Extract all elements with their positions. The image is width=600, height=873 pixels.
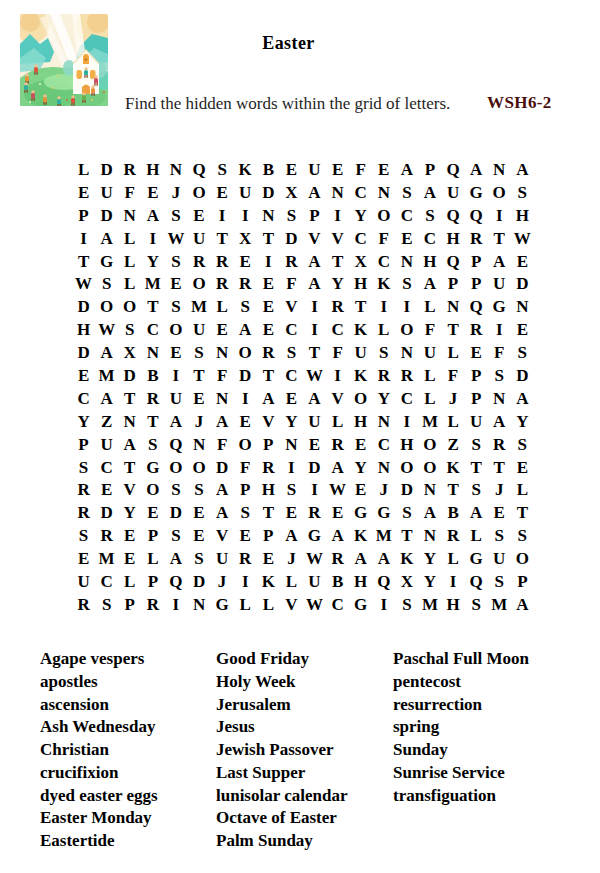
grid-cell-r4c5: W xyxy=(164,227,187,250)
grid-cell-r5c15: N xyxy=(395,250,418,273)
grid-cell-r3c20: H xyxy=(511,204,534,227)
word-list-item: Octave of Easter xyxy=(216,807,347,830)
grid-cell-r6c5: E xyxy=(164,272,187,295)
grid-cell-r1c6: Q xyxy=(187,158,210,181)
word-list-item: Jewish Passover xyxy=(216,739,347,762)
grid-cell-r2c14: N xyxy=(372,181,395,204)
grid-cell-r1c3: R xyxy=(118,158,141,181)
grid-cell-r3c14: O xyxy=(372,204,395,227)
word-list-item: transfiguation xyxy=(393,785,529,808)
grid-cell-r15c7: A xyxy=(211,478,234,501)
grid-cell-r6c20: D xyxy=(511,272,534,295)
grid-cell-r13c16: O xyxy=(418,433,441,456)
grid-cell-r13c2: U xyxy=(95,433,118,456)
grid-cell-r5c12: T xyxy=(326,250,349,273)
grid-cell-r11c20: A xyxy=(511,387,534,410)
grid-cell-r17c16: N xyxy=(418,524,441,547)
grid-cell-r1c7: S xyxy=(211,158,234,181)
grid-cell-r2c7: E xyxy=(211,181,234,204)
grid-cell-r16c4: E xyxy=(141,501,164,524)
grid-cell-r16c5: D xyxy=(164,501,187,524)
grid-cell-r10c14: R xyxy=(372,364,395,387)
grid-cell-r5c13: X xyxy=(349,250,372,273)
grid-cell-r3c13: Y xyxy=(349,204,372,227)
grid-cell-r7c18: Q xyxy=(465,295,488,318)
grid-cell-r6c18: P xyxy=(465,272,488,295)
easter-illustration xyxy=(20,14,108,106)
word-list-item: Sunrise Service xyxy=(393,762,529,785)
grid-cell-r18c20: O xyxy=(511,547,534,570)
word-list-item: spring xyxy=(393,716,529,739)
grid-cell-r1c4: H xyxy=(141,158,164,181)
grid-cell-r14c15: O xyxy=(395,456,418,479)
grid-cell-r16c3: Y xyxy=(118,501,141,524)
grid-cell-r17c2: R xyxy=(95,524,118,547)
grid-cell-r7c7: L xyxy=(211,295,234,318)
grid-cell-r15c5: S xyxy=(164,478,187,501)
grid-cell-r10c17: F xyxy=(442,364,465,387)
word-list-item: dyed easter eggs xyxy=(40,785,158,808)
word-list-item: resurrection xyxy=(393,694,529,717)
grid-cell-r11c5: U xyxy=(164,387,187,410)
grid-cell-r18c2: M xyxy=(95,547,118,570)
grid-cell-r12c18: U xyxy=(465,410,488,433)
grid-cell-r18c8: R xyxy=(234,547,257,570)
grid-cell-r3c9: N xyxy=(257,204,280,227)
word-list-item: Sunday xyxy=(393,739,529,762)
grid-cell-r15c18: S xyxy=(465,478,488,501)
word-list-item: Agape vespers xyxy=(40,648,158,671)
grid-cell-r12c11: U xyxy=(303,410,326,433)
grid-cell-r8c16: F xyxy=(418,318,441,341)
grid-cell-r11c13: O xyxy=(349,387,372,410)
grid-cell-r9c12: F xyxy=(326,341,349,364)
grid-cell-r4c18: R xyxy=(465,227,488,250)
word-list-item: lunisolar calendar xyxy=(216,785,347,808)
grid-cell-r20c9: L xyxy=(257,593,280,616)
grid-cell-r2c2: U xyxy=(95,181,118,204)
worksheet-code: WSH6-2 xyxy=(487,93,552,113)
word-list-item: Christian xyxy=(40,739,158,762)
grid-cell-r6c8: R xyxy=(234,272,257,295)
grid-cell-r17c4: P xyxy=(141,524,164,547)
grid-cell-r20c14: I xyxy=(372,593,395,616)
grid-cell-r10c12: I xyxy=(326,364,349,387)
grid-cell-r2c4: E xyxy=(141,181,164,204)
grid-cell-r1c14: E xyxy=(372,158,395,181)
grid-cell-r12c5: A xyxy=(164,410,187,433)
grid-cell-r20c18: S xyxy=(465,593,488,616)
grid-cell-r6c4: M xyxy=(141,272,164,295)
grid-cell-r9c9: R xyxy=(257,341,280,364)
grid-cell-r2c19: O xyxy=(488,181,511,204)
grid-cell-r11c14: Y xyxy=(372,387,395,410)
grid-cell-r9c1: D xyxy=(72,341,95,364)
grid-cell-r20c17: H xyxy=(442,593,465,616)
grid-cell-r2c3: F xyxy=(118,181,141,204)
grid-cell-r7c10: V xyxy=(280,295,303,318)
grid-cell-r13c10: N xyxy=(280,433,303,456)
grid-cell-r12c2: Z xyxy=(95,410,118,433)
grid-cell-r11c8: I xyxy=(234,387,257,410)
grid-cell-r14c19: T xyxy=(488,456,511,479)
grid-cell-r17c20: S xyxy=(511,524,534,547)
word-list: Agape vespersapostlesascensionAsh Wednes… xyxy=(0,648,600,863)
grid-cell-r5c2: G xyxy=(95,250,118,273)
grid-cell-r6c7: R xyxy=(211,272,234,295)
grid-cell-r2c13: C xyxy=(349,181,372,204)
grid-cell-r16c16: A xyxy=(418,501,441,524)
grid-cell-r19c16: Y xyxy=(418,570,441,593)
grid-cell-r14c12: A xyxy=(326,456,349,479)
grid-cell-r3c2: D xyxy=(95,204,118,227)
grid-cell-r9c4: N xyxy=(141,341,164,364)
grid-cell-r14c7: D xyxy=(211,456,234,479)
grid-cell-r17c3: E xyxy=(118,524,141,547)
grid-cell-r20c20: A xyxy=(511,593,534,616)
grid-cell-r1c20: A xyxy=(511,158,534,181)
grid-cell-r20c3: P xyxy=(118,593,141,616)
grid-cell-r2c9: D xyxy=(257,181,280,204)
grid-cell-r8c8: A xyxy=(234,318,257,341)
grid-cell-r12c4: T xyxy=(141,410,164,433)
grid-cell-r17c15: T xyxy=(395,524,418,547)
grid-cell-r16c6: E xyxy=(187,501,210,524)
grid-cell-r11c1: C xyxy=(72,387,95,410)
word-list-item: Paschal Full Moon xyxy=(393,648,529,671)
grid-cell-r2c11: A xyxy=(303,181,326,204)
grid-cell-r15c12: W xyxy=(326,478,349,501)
grid-cell-r18c9: E xyxy=(257,547,280,570)
grid-cell-r3c19: I xyxy=(488,204,511,227)
grid-cell-r18c16: Y xyxy=(418,547,441,570)
grid-cell-r15c6: S xyxy=(187,478,210,501)
grid-cell-r14c1: S xyxy=(72,456,95,479)
grid-cell-r2c8: U xyxy=(234,181,257,204)
grid-cell-r1c2: D xyxy=(95,158,118,181)
grid-cell-r19c13: H xyxy=(349,570,372,593)
grid-cell-r14c20: E xyxy=(511,456,534,479)
grid-cell-r15c17: T xyxy=(442,478,465,501)
grid-cell-r9c6: S xyxy=(187,341,210,364)
grid-cell-r3c17: Q xyxy=(442,204,465,227)
grid-cell-r18c11: W xyxy=(303,547,326,570)
grid-cell-r14c9: R xyxy=(257,456,280,479)
grid-cell-r20c8: L xyxy=(234,593,257,616)
grid-cell-r8c1: H xyxy=(72,318,95,341)
grid-cell-r4c13: C xyxy=(349,227,372,250)
grid-cell-r18c18: G xyxy=(465,547,488,570)
grid-cell-r13c9: P xyxy=(257,433,280,456)
page-title: Easter xyxy=(0,33,577,54)
grid-cell-r20c12: C xyxy=(326,593,349,616)
grid-cell-r19c8: I xyxy=(234,570,257,593)
grid-cell-r2c20: S xyxy=(511,181,534,204)
grid-cell-r6c11: A xyxy=(303,272,326,295)
grid-cell-r10c11: W xyxy=(303,364,326,387)
grid-cell-r3c3: N xyxy=(118,204,141,227)
grid-cell-r1c5: N xyxy=(164,158,187,181)
grid-cell-r18c5: A xyxy=(164,547,187,570)
grid-cell-r6c1: W xyxy=(72,272,95,295)
grid-cell-r10c20: D xyxy=(511,364,534,387)
grid-cell-r14c8: F xyxy=(234,456,257,479)
grid-cell-r4c20: W xyxy=(511,227,534,250)
grid-cell-r18c13: A xyxy=(349,547,372,570)
grid-cell-r16c8: S xyxy=(234,501,257,524)
grid-cell-r9c19: F xyxy=(488,341,511,364)
grid-cell-r12c17: L xyxy=(442,410,465,433)
grid-cell-r19c1: U xyxy=(72,570,95,593)
grid-cell-r4c3: L xyxy=(118,227,141,250)
grid-cell-r11c11: A xyxy=(303,387,326,410)
grid-cell-r3c12: I xyxy=(326,204,349,227)
grid-cell-r20c5: I xyxy=(164,593,187,616)
grid-cell-r12c1: Y xyxy=(72,410,95,433)
grid-cell-r11c18: P xyxy=(465,387,488,410)
grid-cell-r18c17: L xyxy=(442,547,465,570)
grid-cell-r11c16: L xyxy=(418,387,441,410)
grid-cell-r18c3: E xyxy=(118,547,141,570)
grid-cell-r10c19: S xyxy=(488,364,511,387)
grid-cell-r4c10: D xyxy=(280,227,303,250)
grid-cell-r10c2: M xyxy=(95,364,118,387)
grid-cell-r19c5: Q xyxy=(164,570,187,593)
grid-cell-r4c16: C xyxy=(418,227,441,250)
word-list-item: crucifixion xyxy=(40,762,158,785)
grid-cell-r17c14: M xyxy=(372,524,395,547)
grid-cell-r9c5: E xyxy=(164,341,187,364)
grid-cell-r2c15: S xyxy=(395,181,418,204)
grid-cell-r16c19: E xyxy=(488,501,511,524)
grid-cell-r19c14: Q xyxy=(372,570,395,593)
grid-cell-r15c4: O xyxy=(141,478,164,501)
grid-cell-r15c14: J xyxy=(372,478,395,501)
grid-cell-r14c17: K xyxy=(442,456,465,479)
grid-cell-r15c8: P xyxy=(234,478,257,501)
grid-cell-r17c17: R xyxy=(442,524,465,547)
grid-cell-r7c15: I xyxy=(395,295,418,318)
grid-cell-r1c11: U xyxy=(303,158,326,181)
grid-cell-r6c3: L xyxy=(118,272,141,295)
grid-cell-r19c2: C xyxy=(95,570,118,593)
word-search-grid: LDRHNQSKBEUEFEAPQANAEUFEJOEUDXANCNSAUGOS… xyxy=(72,158,534,616)
grid-cell-r19c10: L xyxy=(280,570,303,593)
grid-cell-r10c9: T xyxy=(257,364,280,387)
grid-cell-r16c10: E xyxy=(280,501,303,524)
grid-cell-r15c16: N xyxy=(418,478,441,501)
grid-cell-r16c20: T xyxy=(511,501,534,524)
grid-cell-r9c16: U xyxy=(418,341,441,364)
grid-cell-r9c13: U xyxy=(349,341,372,364)
grid-cell-r3c16: S xyxy=(418,204,441,227)
grid-cell-r4c1: I xyxy=(72,227,95,250)
grid-cell-r11c4: R xyxy=(141,387,164,410)
grid-cell-r8c6: U xyxy=(187,318,210,341)
grid-cell-r18c6: S xyxy=(187,547,210,570)
grid-cell-r9c11: T xyxy=(303,341,326,364)
grid-cell-r20c16: M xyxy=(418,593,441,616)
grid-cell-r19c12: B xyxy=(326,570,349,593)
grid-cell-r20c2: S xyxy=(95,593,118,616)
grid-cell-r16c9: T xyxy=(257,501,280,524)
grid-cell-r16c17: B xyxy=(442,501,465,524)
grid-cell-r5c17: Q xyxy=(442,250,465,273)
grid-cell-r7c1: D xyxy=(72,295,95,318)
grid-cell-r13c11: E xyxy=(303,433,326,456)
grid-cell-r4c19: T xyxy=(488,227,511,250)
grid-cell-r3c5: S xyxy=(164,204,187,227)
grid-cell-r20c10: V xyxy=(280,593,303,616)
grid-cell-r8c19: I xyxy=(488,318,511,341)
grid-cell-r5c1: T xyxy=(72,250,95,273)
grid-cell-r17c1: S xyxy=(72,524,95,547)
grid-cell-r15c15: D xyxy=(395,478,418,501)
grid-cell-r8c17: T xyxy=(442,318,465,341)
grid-cell-r13c14: C xyxy=(372,433,395,456)
grid-cell-r3c15: C xyxy=(395,204,418,227)
grid-cell-r20c15: S xyxy=(395,593,418,616)
grid-cell-r13c15: H xyxy=(395,433,418,456)
grid-cell-r7c11: I xyxy=(303,295,326,318)
grid-cell-r10c4: B xyxy=(141,364,164,387)
grid-cell-r8c3: S xyxy=(118,318,141,341)
word-list-item: apostles xyxy=(40,671,158,694)
grid-cell-r8c20: E xyxy=(511,318,534,341)
grid-cell-r10c10: C xyxy=(280,364,303,387)
grid-cell-r6c6: O xyxy=(187,272,210,295)
grid-cell-r2c1: E xyxy=(72,181,95,204)
grid-cell-r8c18: R xyxy=(465,318,488,341)
grid-cell-r7c8: S xyxy=(234,295,257,318)
grid-cell-r17c5: S xyxy=(164,524,187,547)
grid-cell-r14c18: T xyxy=(465,456,488,479)
grid-cell-r7c12: R xyxy=(326,295,349,318)
grid-cell-r5c5: S xyxy=(164,250,187,273)
grid-cell-r6c16: A xyxy=(418,272,441,295)
grid-cell-r5c3: L xyxy=(118,250,141,273)
grid-cell-r6c10: F xyxy=(280,272,303,295)
grid-cell-r9c15: N xyxy=(395,341,418,364)
grid-cell-r5c10: R xyxy=(280,250,303,273)
grid-cell-r3c6: E xyxy=(187,204,210,227)
grid-cell-r3c1: P xyxy=(72,204,95,227)
grid-cell-r14c2: C xyxy=(95,456,118,479)
grid-cell-r18c1: E xyxy=(72,547,95,570)
grid-cell-r13c5: Q xyxy=(164,433,187,456)
grid-cell-r14c14: N xyxy=(372,456,395,479)
grid-cell-r17c11: G xyxy=(303,524,326,547)
grid-cell-r1c9: B xyxy=(257,158,280,181)
grid-cell-r19c7: J xyxy=(211,570,234,593)
grid-cell-r9c17: L xyxy=(442,341,465,364)
grid-cell-r20c11: W xyxy=(303,593,326,616)
grid-cell-r19c17: I xyxy=(442,570,465,593)
grid-cell-r11c2: A xyxy=(95,387,118,410)
grid-cell-r19c20: P xyxy=(511,570,534,593)
grid-cell-r3c10: S xyxy=(280,204,303,227)
grid-cell-r9c10: S xyxy=(280,341,303,364)
grid-cell-r5c14: C xyxy=(372,250,395,273)
grid-cell-r11c7: N xyxy=(211,387,234,410)
word-list-item: Holy Week xyxy=(216,671,347,694)
grid-cell-r2c6: O xyxy=(187,181,210,204)
grid-cell-r2c10: X xyxy=(280,181,303,204)
grid-cell-r15c10: S xyxy=(280,478,303,501)
grid-cell-r10c8: D xyxy=(234,364,257,387)
grid-cell-r5c4: Y xyxy=(141,250,164,273)
grid-cell-r4c9: T xyxy=(257,227,280,250)
grid-cell-r10c15: R xyxy=(395,364,418,387)
grid-cell-r15c19: J xyxy=(488,478,511,501)
grid-cell-r7c13: T xyxy=(349,295,372,318)
grid-cell-r12c15: I xyxy=(395,410,418,433)
grid-cell-r20c19: M xyxy=(488,593,511,616)
grid-cell-r2c17: U xyxy=(442,181,465,204)
grid-cell-r15c20: L xyxy=(511,478,534,501)
grid-cell-r4c8: X xyxy=(234,227,257,250)
grid-cell-r6c15: S xyxy=(395,272,418,295)
word-list-item: Palm Sunday xyxy=(216,830,347,853)
grid-cell-r16c14: G xyxy=(372,501,395,524)
grid-cell-r14c6: O xyxy=(187,456,210,479)
grid-cell-r15c1: R xyxy=(72,478,95,501)
grid-cell-r19c19: S xyxy=(488,570,511,593)
grid-cell-r6c14: K xyxy=(372,272,395,295)
grid-cell-r14c11: D xyxy=(303,456,326,479)
grid-cell-r14c5: O xyxy=(164,456,187,479)
grid-cell-r13c17: Z xyxy=(442,433,465,456)
grid-cell-r19c9: K xyxy=(257,570,280,593)
word-list-item: Jesus xyxy=(216,716,347,739)
grid-cell-r11c10: E xyxy=(280,387,303,410)
grid-cell-r20c7: G xyxy=(211,593,234,616)
grid-cell-r16c15: S xyxy=(395,501,418,524)
word-list-item: Ash Wednesday xyxy=(40,716,158,739)
grid-cell-r8c15: O xyxy=(395,318,418,341)
grid-cell-r10c16: L xyxy=(418,364,441,387)
grid-cell-r1c1: L xyxy=(72,158,95,181)
grid-cell-r13c4: S xyxy=(141,433,164,456)
word-list-column-3: Paschal Full Moonpentecostresurrectionsp… xyxy=(393,648,529,807)
word-list-item: Good Friday xyxy=(216,648,347,671)
word-list-item: Jerusalem xyxy=(216,694,347,717)
grid-cell-r5c8: E xyxy=(234,250,257,273)
grid-cell-r12c19: A xyxy=(488,410,511,433)
grid-cell-r19c6: D xyxy=(187,570,210,593)
grid-cell-r2c12: N xyxy=(326,181,349,204)
grid-cell-r3c4: A xyxy=(141,204,164,227)
grid-cell-r18c15: K xyxy=(395,547,418,570)
grid-cell-r12c3: N xyxy=(118,410,141,433)
grid-cell-r16c1: R xyxy=(72,501,95,524)
grid-cell-r5c18: P xyxy=(465,250,488,273)
grid-cell-r17c6: E xyxy=(187,524,210,547)
grid-cell-r2c18: G xyxy=(465,181,488,204)
grid-cell-r12c6: J xyxy=(187,410,210,433)
grid-cell-r8c13: K xyxy=(349,318,372,341)
grid-cell-r20c1: R xyxy=(72,593,95,616)
grid-cell-r3c7: I xyxy=(211,204,234,227)
grid-cell-r11c15: C xyxy=(395,387,418,410)
grid-cell-r4c2: A xyxy=(95,227,118,250)
grid-cell-r16c7: A xyxy=(211,501,234,524)
grid-cell-r9c18: E xyxy=(465,341,488,364)
grid-cell-r7c4: T xyxy=(141,295,164,318)
grid-cell-r19c11: U xyxy=(303,570,326,593)
grid-cell-r5c11: A xyxy=(303,250,326,273)
grid-cell-r16c18: A xyxy=(465,501,488,524)
